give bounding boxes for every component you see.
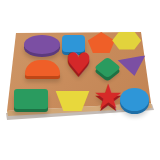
piece-blue-circle[interactable] [120, 88, 149, 111]
board-slot-r2c1 [10, 55, 46, 85]
board-slot-r3c3: ★ [81, 85, 114, 119]
product-photo: ♥★ [0, 0, 160, 160]
pieces-grid: ♥★ [10, 34, 146, 106]
board-slot-r1c1 [10, 34, 46, 55]
piece-yellow-hexagon[interactable] [112, 32, 141, 50]
piece-green-rectangle[interactable] [14, 89, 48, 109]
board-slot-r3c2 [46, 85, 81, 119]
board-slot-r3c1 [10, 85, 46, 119]
piece-purple-triangle[interactable] [117, 55, 146, 76]
board-slot-r1c4 [114, 34, 147, 55]
board-slot-r3c4 [114, 85, 147, 119]
board-slot-r2c2: ♥ [46, 55, 81, 85]
